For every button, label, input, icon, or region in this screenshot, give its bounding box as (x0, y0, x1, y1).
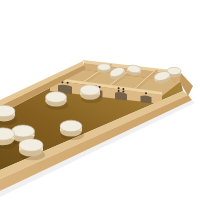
gate-arch-4pt (115, 92, 127, 101)
sjoelbak-board-photo (0, 0, 200, 200)
disc[interactable] (19, 139, 45, 161)
disc[interactable] (98, 64, 111, 73)
product-photo-canvas (0, 0, 200, 200)
gate-pips-1pt (145, 92, 147, 94)
disc[interactable] (60, 120, 84, 140)
disc[interactable] (80, 85, 102, 103)
gate-mouth-disc-group (80, 85, 102, 103)
gate-arch-1pt (140, 95, 151, 103)
disc[interactable] (46, 92, 69, 110)
